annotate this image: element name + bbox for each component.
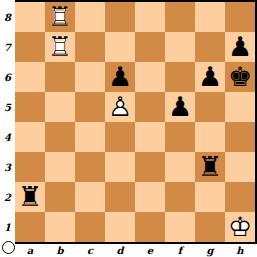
square-e6[interactable] xyxy=(135,62,165,92)
black-pawn-icon: ♟ xyxy=(195,62,225,92)
file-label-a: a xyxy=(15,244,45,257)
rank-label-3: 3 xyxy=(0,152,15,182)
square-f7[interactable] xyxy=(165,32,195,62)
square-g1[interactable] xyxy=(195,212,225,242)
square-f5[interactable]: ♟ xyxy=(165,92,195,122)
file-label-e: e xyxy=(135,244,165,257)
rank-label-5: 5 xyxy=(0,92,15,122)
square-c1[interactable] xyxy=(75,212,105,242)
square-a4[interactable] xyxy=(15,122,45,152)
square-a3[interactable] xyxy=(15,152,45,182)
square-b4[interactable] xyxy=(45,122,75,152)
white-king-h1[interactable]: ♚♔ xyxy=(225,212,255,242)
square-d8[interactable] xyxy=(105,2,135,32)
square-e5[interactable] xyxy=(135,92,165,122)
black-rook-icon: ♜ xyxy=(15,182,45,212)
square-h8[interactable] xyxy=(225,2,255,32)
square-f8[interactable] xyxy=(165,2,195,32)
square-g2[interactable] xyxy=(195,182,225,212)
square-a8[interactable] xyxy=(15,2,45,32)
square-f4[interactable] xyxy=(165,122,195,152)
square-h4[interactable] xyxy=(225,122,255,152)
white-rook-b8[interactable]: ♜♖ xyxy=(45,2,75,32)
black-pawn-h7[interactable]: ♟ xyxy=(225,32,255,62)
square-d3[interactable] xyxy=(105,152,135,182)
file-label-f: f xyxy=(165,244,195,257)
file-label-g: g xyxy=(195,244,225,257)
square-b6[interactable] xyxy=(45,62,75,92)
square-d5[interactable]: ♟♙ xyxy=(105,92,135,122)
square-e2[interactable] xyxy=(135,182,165,212)
white-rook-icon: ♖ xyxy=(45,32,75,62)
square-e7[interactable] xyxy=(135,32,165,62)
rank-label-4: 4 xyxy=(0,122,15,152)
black-pawn-f5[interactable]: ♟ xyxy=(165,92,195,122)
black-rook-icon: ♜ xyxy=(195,152,225,182)
chess-diagram: 87654321 ♜♖♜♖♟♟♟♚♟♙♟♜♜♚♔ abcdefgh xyxy=(0,0,257,257)
rank-label-8: 8 xyxy=(0,2,15,32)
square-g8[interactable] xyxy=(195,2,225,32)
square-b5[interactable] xyxy=(45,92,75,122)
square-c7[interactable] xyxy=(75,32,105,62)
black-king-icon: ♚ xyxy=(225,62,255,92)
square-c4[interactable] xyxy=(75,122,105,152)
file-label-c: c xyxy=(75,244,105,257)
square-a2[interactable]: ♜ xyxy=(15,182,45,212)
square-b3[interactable] xyxy=(45,152,75,182)
rank-labels: 87654321 xyxy=(0,2,15,242)
square-b8[interactable]: ♜♖ xyxy=(45,2,75,32)
black-pawn-icon: ♟ xyxy=(105,62,135,92)
square-d4[interactable] xyxy=(105,122,135,152)
black-pawn-icon: ♟ xyxy=(165,92,195,122)
square-c3[interactable] xyxy=(75,152,105,182)
square-g7[interactable] xyxy=(195,32,225,62)
square-e1[interactable] xyxy=(135,212,165,242)
square-b7[interactable]: ♜♖ xyxy=(45,32,75,62)
rank-label-1: 1 xyxy=(0,212,15,242)
square-d2[interactable] xyxy=(105,182,135,212)
white-rook-b7[interactable]: ♜♖ xyxy=(45,32,75,62)
black-pawn-d6[interactable]: ♟ xyxy=(105,62,135,92)
square-c5[interactable] xyxy=(75,92,105,122)
square-f6[interactable] xyxy=(165,62,195,92)
square-h6[interactable]: ♚ xyxy=(225,62,255,92)
square-c2[interactable] xyxy=(75,182,105,212)
white-rook-icon: ♖ xyxy=(45,2,75,32)
square-e4[interactable] xyxy=(135,122,165,152)
black-king-h6[interactable]: ♚ xyxy=(225,62,255,92)
square-g5[interactable] xyxy=(195,92,225,122)
square-b1[interactable] xyxy=(45,212,75,242)
square-h1[interactable]: ♚♔ xyxy=(225,212,255,242)
square-d6[interactable]: ♟ xyxy=(105,62,135,92)
rank-label-2: 2 xyxy=(0,182,15,212)
black-rook-a2[interactable]: ♜ xyxy=(15,182,45,212)
square-a1[interactable] xyxy=(15,212,45,242)
square-e3[interactable] xyxy=(135,152,165,182)
square-d7[interactable] xyxy=(105,32,135,62)
square-h7[interactable]: ♟ xyxy=(225,32,255,62)
file-labels: abcdefgh xyxy=(15,244,255,257)
square-h2[interactable] xyxy=(225,182,255,212)
square-b2[interactable] xyxy=(45,182,75,212)
square-g4[interactable] xyxy=(195,122,225,152)
square-g6[interactable]: ♟ xyxy=(195,62,225,92)
square-a7[interactable] xyxy=(15,32,45,62)
square-f3[interactable] xyxy=(165,152,195,182)
square-h5[interactable] xyxy=(225,92,255,122)
white-pawn-d5[interactable]: ♟♙ xyxy=(105,92,135,122)
square-f2[interactable] xyxy=(165,182,195,212)
square-g3[interactable]: ♜ xyxy=(195,152,225,182)
square-d1[interactable] xyxy=(105,212,135,242)
rank-label-7: 7 xyxy=(0,32,15,62)
square-a6[interactable] xyxy=(15,62,45,92)
rank-label-6: 6 xyxy=(0,62,15,92)
black-pawn-g6[interactable]: ♟ xyxy=(195,62,225,92)
square-c8[interactable] xyxy=(75,2,105,32)
black-pawn-icon: ♟ xyxy=(225,32,255,62)
white-king-icon: ♔ xyxy=(225,212,255,242)
file-label-d: d xyxy=(105,244,135,257)
square-a5[interactable] xyxy=(15,92,45,122)
square-f1[interactable] xyxy=(165,212,195,242)
file-label-h: h xyxy=(225,244,255,257)
board: ♜♖♜♖♟♟♟♚♟♙♟♜♜♚♔ xyxy=(15,0,257,244)
file-label-b: b xyxy=(45,244,75,257)
square-h3[interactable] xyxy=(225,152,255,182)
white-to-move-indicator xyxy=(2,241,15,254)
square-c6[interactable] xyxy=(75,62,105,92)
square-e8[interactable] xyxy=(135,2,165,32)
white-pawn-icon: ♙ xyxy=(105,92,135,122)
black-rook-g3[interactable]: ♜ xyxy=(195,152,225,182)
